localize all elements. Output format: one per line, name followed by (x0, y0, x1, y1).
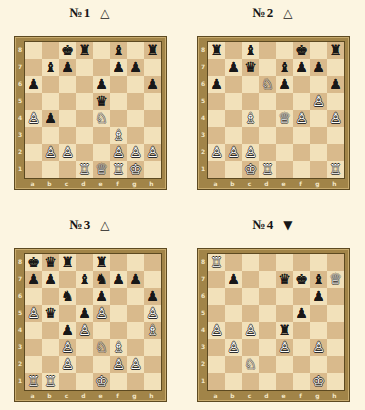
file-label-f: f (109, 391, 126, 400)
file-label-a: a (24, 179, 41, 188)
board1-square-f1: ♖ (110, 161, 127, 178)
board2-square-c8: ♝ (242, 42, 259, 59)
board4-square-d4 (259, 322, 276, 339)
board2-square-c7: ♛ (242, 59, 259, 76)
board1-square-a6: ♟ (25, 76, 42, 93)
board1-square-d4 (76, 110, 93, 127)
board2-square-e2 (276, 144, 293, 161)
board1-square-f2: ♙ (110, 144, 127, 161)
board1-square-d2 (76, 144, 93, 161)
board4-square-f8 (293, 254, 310, 271)
board2-square-h1: ♖ (327, 161, 344, 178)
board3-square-b7: ♟ (42, 271, 59, 288)
board1-square-f5 (110, 93, 127, 110)
white-pawn: ♙ (146, 144, 159, 161)
board2-square-a3 (208, 127, 225, 144)
board4-square-d6 (259, 288, 276, 305)
board1-square-h8: ♜ (144, 42, 161, 59)
file-label-g: g (309, 391, 326, 400)
file-label-h: h (326, 179, 343, 188)
board3-square-c4: ♟ (59, 322, 76, 339)
board1-square-c8: ♚ (59, 42, 76, 59)
diagram-1-header: №1△ (14, 5, 166, 21)
board3-square-b2 (42, 356, 59, 373)
board3-square-e2 (93, 356, 110, 373)
black-pawn: ♟ (146, 76, 159, 93)
board2-square-a5 (208, 93, 225, 110)
white-to-move-icon: △ (283, 6, 293, 20)
board3-square-g6 (127, 288, 144, 305)
white-pawn: ♙ (112, 356, 125, 373)
rank-label-7: 7 (199, 58, 207, 75)
board4-square-a8: ♖ (208, 254, 225, 271)
black-pawn: ♟ (61, 322, 74, 339)
rank-label-7: 7 (16, 270, 24, 287)
chess-board-1: 87654321♚♜♝♜♝♟♟♟♟♟♟♛♙♟♘♗♙♙♙♙♙♖♕♖♔abcdefg… (14, 36, 167, 190)
rank-label-1: 1 (199, 160, 207, 177)
board4-square-e4: ♜ (276, 322, 293, 339)
board1-square-d5 (76, 93, 93, 110)
white-king: ♔ (95, 373, 108, 390)
rank-label-7: 7 (199, 270, 207, 287)
board4-square-c1 (242, 373, 259, 390)
board3-square-h8 (144, 254, 161, 271)
board1-square-e3 (93, 127, 110, 144)
board2-square-f7: ♟ (293, 59, 310, 76)
board4-square-b4 (225, 322, 242, 339)
board1-square-e5: ♛ (93, 93, 110, 110)
board1-square-g2: ♙ (127, 144, 144, 161)
board4-square-e8 (276, 254, 293, 271)
rank-label-1: 1 (199, 372, 207, 389)
board1-square-g1: ♔ (127, 161, 144, 178)
white-rook: ♖ (112, 161, 125, 178)
board4-square-h2 (327, 356, 344, 373)
board3-square-d5: ♟ (76, 305, 93, 322)
board4-square-f1 (293, 373, 310, 390)
board4-square-e6 (276, 288, 293, 305)
board3-square-f6 (110, 288, 127, 305)
board2-square-a7 (208, 59, 225, 76)
board4-square-h7: ♕ (327, 271, 344, 288)
black-bishop: ♝ (312, 271, 325, 288)
board1-square-e2 (93, 144, 110, 161)
board4-square-a1 (208, 373, 225, 390)
board2-square-b2: ♙ (225, 144, 242, 161)
black-rook: ♜ (146, 42, 159, 59)
board2-square-f8: ♚ (293, 42, 310, 59)
board2-square-d2 (259, 144, 276, 161)
white-rook: ♖ (261, 161, 274, 178)
board-grid: ♜♝♚♜♟♛♝♟♟♟♘♟♟♙♗♕♙♙♙♙♙♔♖♖ (208, 42, 344, 178)
board4-square-g5 (310, 305, 327, 322)
diagram-3-label: №3 (70, 217, 92, 232)
rank-label-4: 4 (16, 109, 24, 126)
white-pawn: ♙ (112, 144, 125, 161)
board2-square-b1 (225, 161, 242, 178)
board4-square-g2 (310, 356, 327, 373)
board1-square-f8: ♝ (110, 42, 127, 59)
rank-labels: 87654321 (199, 253, 207, 391)
board2-square-b7: ♟ (225, 59, 242, 76)
board2-square-g4 (310, 110, 327, 127)
rank-label-1: 1 (16, 372, 24, 389)
white-pawn: ♙ (278, 339, 291, 356)
black-knight: ♞ (61, 288, 74, 305)
board2-square-a8: ♜ (208, 42, 225, 59)
black-pawn: ♟ (295, 59, 308, 76)
rank-label-2: 2 (199, 355, 207, 372)
board3-square-c8: ♜ (59, 254, 76, 271)
white-pawn: ♙ (44, 144, 57, 161)
file-label-c: c (241, 391, 258, 400)
white-pawn: ♙ (227, 144, 240, 161)
board3-square-e1: ♔ (93, 373, 110, 390)
file-label-a: a (207, 391, 224, 400)
board2-square-b4 (225, 110, 242, 127)
board2-square-b8 (225, 42, 242, 59)
white-king: ♔ (312, 373, 325, 390)
board1-square-h7 (144, 59, 161, 76)
file-label-f: f (292, 179, 309, 188)
board3-square-h3 (144, 339, 161, 356)
white-knight: ♘ (95, 110, 108, 127)
board1-square-b3 (42, 127, 59, 144)
board4-square-c3 (242, 339, 259, 356)
file-labels: abcdefgh (207, 391, 345, 400)
white-knight: ♘ (261, 76, 274, 93)
board4-square-g7: ♝ (310, 271, 327, 288)
board4-square-b1 (225, 373, 242, 390)
rank-label-8: 8 (16, 41, 24, 58)
board3-square-g2: ♙ (127, 356, 144, 373)
white-pawn: ♙ (312, 93, 325, 110)
board3-square-a3 (25, 339, 42, 356)
file-label-e: e (275, 391, 292, 400)
board3-square-h1 (144, 373, 161, 390)
black-pawn: ♟ (227, 271, 240, 288)
rank-label-6: 6 (199, 287, 207, 304)
board3-square-d6 (76, 288, 93, 305)
black-pawn: ♟ (95, 288, 108, 305)
board4-square-h4 (327, 322, 344, 339)
black-pawn: ♟ (295, 305, 308, 322)
board1-square-f7: ♟ (110, 59, 127, 76)
board3-square-b5: ♛ (42, 305, 59, 322)
board1-square-d7 (76, 59, 93, 76)
board-grid: ♖♟♛♚♝♕♟♟♙♙♜♙♙♙♘♔ (208, 254, 344, 390)
file-label-b: b (224, 391, 241, 400)
rank-label-5: 5 (199, 92, 207, 109)
diagram-3-header: №3△ (14, 217, 166, 233)
board3-square-e7: ♞ (93, 271, 110, 288)
rank-label-4: 4 (199, 109, 207, 126)
board2-square-c2: ♙ (242, 144, 259, 161)
board4-square-e1 (276, 373, 293, 390)
file-label-d: d (258, 391, 275, 400)
chess-board-3: 87654321♚♛♜♜♟♟♝♞♟♟♞♟♟♙♛♟♙♙♟♙♗♙♘♗♙♙♙♖♖♔ab… (14, 248, 167, 402)
board1-square-g5 (127, 93, 144, 110)
board2-square-e3 (276, 127, 293, 144)
black-rook: ♜ (78, 42, 91, 59)
board1-square-f3: ♗ (110, 127, 127, 144)
board2-square-h6: ♟ (327, 76, 344, 93)
white-rook: ♖ (78, 161, 91, 178)
board3-square-d7: ♝ (76, 271, 93, 288)
board4-square-e2 (276, 356, 293, 373)
board4-square-c6 (242, 288, 259, 305)
black-pawn: ♟ (112, 271, 125, 288)
board1-square-a5 (25, 93, 42, 110)
black-queen: ♛ (278, 271, 291, 288)
file-label-g: g (126, 179, 143, 188)
board1-square-d8: ♜ (76, 42, 93, 59)
board4-square-b7: ♟ (225, 271, 242, 288)
white-pawn: ♙ (61, 356, 74, 373)
board4-square-c7 (242, 271, 259, 288)
board3-square-a8: ♚ (25, 254, 42, 271)
board4-square-a2 (208, 356, 225, 373)
file-label-h: h (326, 391, 343, 400)
board3-square-h5: ♙ (144, 305, 161, 322)
rank-label-6: 6 (16, 287, 24, 304)
board2-square-b3 (225, 127, 242, 144)
black-pawn: ♟ (44, 271, 57, 288)
white-pawn: ♙ (95, 305, 108, 322)
board4-square-d5 (259, 305, 276, 322)
file-labels: abcdefgh (24, 391, 162, 400)
black-bishop: ♝ (78, 271, 91, 288)
board2-square-g3 (310, 127, 327, 144)
file-label-b: b (41, 179, 58, 188)
board2-square-d7 (259, 59, 276, 76)
board2-square-f4: ♙ (293, 110, 310, 127)
board1-square-b8 (42, 42, 59, 59)
rank-label-8: 8 (199, 253, 207, 270)
board3-square-c1 (59, 373, 76, 390)
black-rook: ♜ (278, 322, 291, 339)
board2-square-e1 (276, 161, 293, 178)
board3-square-a1: ♖ (25, 373, 42, 390)
board1-square-d1: ♖ (76, 161, 93, 178)
board1-square-b7: ♝ (42, 59, 59, 76)
black-king: ♚ (295, 42, 308, 59)
board3-square-d8 (76, 254, 93, 271)
board3-square-b4 (42, 322, 59, 339)
board1-square-a1 (25, 161, 42, 178)
board1-square-f6 (110, 76, 127, 93)
board2-square-e5 (276, 93, 293, 110)
board3-square-d3 (76, 339, 93, 356)
rank-label-3: 3 (16, 338, 24, 355)
diagram-4-header: №4▼ (197, 217, 349, 233)
board2-square-f6 (293, 76, 310, 93)
board1-square-b5 (42, 93, 59, 110)
board4-square-g3: ♙ (310, 339, 327, 356)
file-label-c: c (241, 179, 258, 188)
black-knight: ♞ (95, 271, 108, 288)
rank-labels: 87654321 (16, 253, 24, 391)
board2-square-g1 (310, 161, 327, 178)
black-king: ♚ (295, 271, 308, 288)
board1-square-d3 (76, 127, 93, 144)
board2-square-d6: ♘ (259, 76, 276, 93)
board1-square-g6 (127, 76, 144, 93)
white-rook: ♖ (44, 373, 57, 390)
board3-square-a5: ♙ (25, 305, 42, 322)
board4-square-b8 (225, 254, 242, 271)
board2-square-h2 (327, 144, 344, 161)
board4-square-d2 (259, 356, 276, 373)
board3-square-f8 (110, 254, 127, 271)
board2-square-c1: ♔ (242, 161, 259, 178)
board4-square-f6 (293, 288, 310, 305)
chess-board-4: 87654321♖♟♛♚♝♕♟♟♙♙♜♙♙♙♘♔abcdefgh (197, 248, 350, 402)
board4-square-f7: ♚ (293, 271, 310, 288)
black-pawn: ♟ (78, 305, 91, 322)
black-king: ♚ (61, 42, 74, 59)
rank-label-2: 2 (16, 143, 24, 160)
black-pawn: ♟ (312, 59, 325, 76)
diagram-2-label: №2 (253, 5, 275, 20)
black-king: ♚ (27, 254, 40, 271)
black-queen: ♛ (44, 254, 57, 271)
board-grid: ♚♛♜♜♟♟♝♞♟♟♞♟♟♙♛♟♙♙♟♙♗♙♘♗♙♙♙♖♖♔ (25, 254, 161, 390)
board3-square-c5 (59, 305, 76, 322)
file-label-b: b (41, 391, 58, 400)
white-pawn: ♙ (27, 305, 40, 322)
board4-square-e7: ♛ (276, 271, 293, 288)
board4-square-b2 (225, 356, 242, 373)
board4-square-e5 (276, 305, 293, 322)
board2-square-d3 (259, 127, 276, 144)
rank-label-4: 4 (16, 321, 24, 338)
white-pawn: ♙ (129, 356, 142, 373)
white-pawn: ♙ (61, 339, 74, 356)
white-pawn: ♙ (129, 144, 142, 161)
rank-label-2: 2 (16, 355, 24, 372)
board2-square-c3 (242, 127, 259, 144)
black-rook: ♜ (329, 42, 342, 59)
rank-label-5: 5 (16, 92, 24, 109)
board4-square-c5 (242, 305, 259, 322)
white-pawn: ♙ (210, 144, 223, 161)
board-grid: ♚♜♝♜♝♟♟♟♟♟♟♛♙♟♘♗♙♙♙♙♙♖♕♖♔ (25, 42, 161, 178)
white-knight: ♘ (95, 339, 108, 356)
white-pawn: ♙ (27, 110, 40, 127)
white-king: ♔ (129, 161, 142, 178)
board3-square-c7 (59, 271, 76, 288)
black-to-move-icon: ▼ (283, 218, 293, 232)
white-bishop: ♗ (146, 322, 159, 339)
board4-square-h8 (327, 254, 344, 271)
board3-square-g5 (127, 305, 144, 322)
board4-square-d3 (259, 339, 276, 356)
rank-label-4: 4 (199, 321, 207, 338)
board3-square-h4: ♗ (144, 322, 161, 339)
board4-square-f2 (293, 356, 310, 373)
board4-square-a7 (208, 271, 225, 288)
board3-square-f2: ♙ (110, 356, 127, 373)
board1-square-c1 (59, 161, 76, 178)
board1-square-g3 (127, 127, 144, 144)
board3-square-f4 (110, 322, 127, 339)
board1-square-g7: ♟ (127, 59, 144, 76)
board3-square-h7 (144, 271, 161, 288)
diagram-4-label: №4 (253, 217, 275, 232)
white-pawn: ♙ (312, 339, 325, 356)
rank-label-8: 8 (199, 41, 207, 58)
white-pawn: ♙ (295, 110, 308, 127)
board1-square-h1 (144, 161, 161, 178)
rank-labels: 87654321 (199, 41, 207, 179)
rank-labels: 87654321 (16, 41, 24, 179)
board2-square-b6 (225, 76, 242, 93)
black-queen: ♛ (244, 59, 257, 76)
file-label-d: d (75, 179, 92, 188)
board1-square-e4: ♘ (93, 110, 110, 127)
board1-square-a4: ♙ (25, 110, 42, 127)
board1-square-h5 (144, 93, 161, 110)
file-label-a: a (24, 391, 41, 400)
black-bishop: ♝ (112, 42, 125, 59)
board2-square-c4: ♗ (242, 110, 259, 127)
board3-square-e8: ♜ (93, 254, 110, 271)
file-label-e: e (92, 391, 109, 400)
board2-square-e8 (276, 42, 293, 59)
board3-square-b3 (42, 339, 59, 356)
board4-square-h1 (327, 373, 344, 390)
board4-square-g4 (310, 322, 327, 339)
white-bishop: ♗ (112, 127, 125, 144)
black-rook: ♜ (95, 254, 108, 271)
board2-square-c6 (242, 76, 259, 93)
file-label-c: c (58, 179, 75, 188)
board4-square-h5 (327, 305, 344, 322)
board4-square-a3 (208, 339, 225, 356)
board3-square-c6: ♞ (59, 288, 76, 305)
board3-square-d4: ♙ (76, 322, 93, 339)
board2-square-h7 (327, 59, 344, 76)
board2-square-f2 (293, 144, 310, 161)
board1-square-c6 (59, 76, 76, 93)
board4-square-c4: ♙ (242, 322, 259, 339)
board3-square-d2 (76, 356, 93, 373)
board3-square-g7: ♟ (127, 271, 144, 288)
board3-square-g4 (127, 322, 144, 339)
board4-square-d1 (259, 373, 276, 390)
file-label-c: c (58, 391, 75, 400)
board3-square-e5: ♙ (93, 305, 110, 322)
rank-label-5: 5 (16, 304, 24, 321)
board4-square-h6 (327, 288, 344, 305)
board1-square-a8 (25, 42, 42, 59)
board4-square-b5 (225, 305, 242, 322)
black-pawn: ♟ (210, 76, 223, 93)
board4-square-a5 (208, 305, 225, 322)
white-rook: ♖ (329, 161, 342, 178)
rank-label-2: 2 (199, 143, 207, 160)
board2-square-h5 (327, 93, 344, 110)
board2-square-f1 (293, 161, 310, 178)
board1-square-e7 (93, 59, 110, 76)
board1-square-e6: ♟ (93, 76, 110, 93)
board3-square-f7: ♟ (110, 271, 127, 288)
board4-square-g6: ♟ (310, 288, 327, 305)
board2-square-f3 (293, 127, 310, 144)
file-label-f: f (109, 179, 126, 188)
board3-square-f1 (110, 373, 127, 390)
